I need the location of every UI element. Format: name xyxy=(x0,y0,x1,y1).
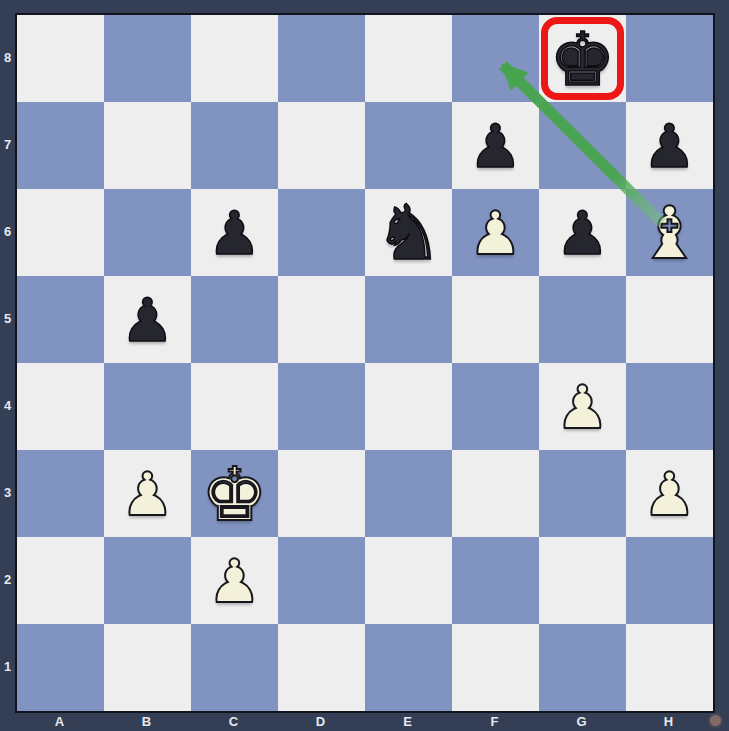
piece-black-pawn[interactable]: ♟ xyxy=(121,290,175,350)
square-g2[interactable] xyxy=(539,537,626,624)
square-a3[interactable] xyxy=(17,450,104,537)
square-b7[interactable] xyxy=(104,102,191,189)
square-d8[interactable] xyxy=(278,15,365,102)
piece-white-pawn[interactable]: ♟ xyxy=(469,203,523,263)
file-label-g: G xyxy=(538,712,625,731)
square-d6[interactable] xyxy=(278,189,365,276)
square-d1[interactable] xyxy=(278,624,365,711)
square-d4[interactable] xyxy=(278,363,365,450)
square-e1[interactable] xyxy=(365,624,452,711)
piece-white-bishop[interactable]: ♝ xyxy=(637,197,702,269)
rank-label-4: 4 xyxy=(0,362,15,449)
rank-label-6: 6 xyxy=(0,188,15,275)
chess-board: ♚♟♟♟♞♟♟♝♟♟♟♚♟♟ xyxy=(15,13,715,713)
square-a2[interactable] xyxy=(17,537,104,624)
square-b2[interactable] xyxy=(104,537,191,624)
square-b6[interactable] xyxy=(104,189,191,276)
rank-label-5: 5 xyxy=(0,275,15,362)
piece-black-pawn[interactable]: ♟ xyxy=(643,116,697,176)
square-f2[interactable] xyxy=(452,537,539,624)
square-c7[interactable] xyxy=(191,102,278,189)
piece-black-pawn[interactable]: ♟ xyxy=(208,203,262,263)
square-h2[interactable] xyxy=(626,537,713,624)
piece-white-pawn[interactable]: ♟ xyxy=(121,464,175,524)
square-e7[interactable] xyxy=(365,102,452,189)
square-h5[interactable] xyxy=(626,276,713,363)
piece-black-knight[interactable]: ♞ xyxy=(374,195,442,271)
square-g1[interactable] xyxy=(539,624,626,711)
file-label-b: B xyxy=(103,712,190,731)
square-e3[interactable] xyxy=(365,450,452,537)
square-f3[interactable] xyxy=(452,450,539,537)
file-label-d: D xyxy=(277,712,364,731)
square-h4[interactable] xyxy=(626,363,713,450)
piece-black-pawn[interactable]: ♟ xyxy=(469,116,523,176)
square-e5[interactable] xyxy=(365,276,452,363)
file-label-f: F xyxy=(451,712,538,731)
square-h1[interactable] xyxy=(626,624,713,711)
square-g4[interactable]: ♟ xyxy=(539,363,626,450)
square-b1[interactable] xyxy=(104,624,191,711)
square-d2[interactable] xyxy=(278,537,365,624)
square-c5[interactable] xyxy=(191,276,278,363)
rank-label-8: 8 xyxy=(0,14,15,101)
cursor-dot xyxy=(710,715,721,726)
rank-label-7: 7 xyxy=(0,101,15,188)
square-g5[interactable] xyxy=(539,276,626,363)
square-a8[interactable] xyxy=(17,15,104,102)
square-h7[interactable]: ♟ xyxy=(626,102,713,189)
square-h6[interactable]: ♝ xyxy=(626,189,713,276)
square-c8[interactable] xyxy=(191,15,278,102)
square-c3[interactable]: ♚ xyxy=(191,450,278,537)
piece-black-pawn[interactable]: ♟ xyxy=(556,203,610,263)
square-f7[interactable]: ♟ xyxy=(452,102,539,189)
square-f8[interactable] xyxy=(452,15,539,102)
square-c4[interactable] xyxy=(191,363,278,450)
square-h3[interactable]: ♟ xyxy=(626,450,713,537)
square-f6[interactable]: ♟ xyxy=(452,189,539,276)
piece-white-pawn[interactable]: ♟ xyxy=(556,377,610,437)
square-e4[interactable] xyxy=(365,363,452,450)
square-g8[interactable]: ♚ xyxy=(539,15,626,102)
file-label-c: C xyxy=(190,712,277,731)
square-f4[interactable] xyxy=(452,363,539,450)
square-h8[interactable] xyxy=(626,15,713,102)
piece-white-pawn[interactable]: ♟ xyxy=(643,464,697,524)
square-f5[interactable] xyxy=(452,276,539,363)
square-g6[interactable]: ♟ xyxy=(539,189,626,276)
piece-black-king[interactable]: ♚ xyxy=(549,22,615,96)
square-a7[interactable] xyxy=(17,102,104,189)
square-a1[interactable] xyxy=(17,624,104,711)
square-c6[interactable]: ♟ xyxy=(191,189,278,276)
square-d7[interactable] xyxy=(278,102,365,189)
square-e8[interactable] xyxy=(365,15,452,102)
rank-label-2: 2 xyxy=(0,536,15,623)
rank-label-1: 1 xyxy=(0,623,15,710)
square-g3[interactable] xyxy=(539,450,626,537)
square-e2[interactable] xyxy=(365,537,452,624)
piece-white-pawn[interactable]: ♟ xyxy=(208,551,262,611)
square-g7[interactable] xyxy=(539,102,626,189)
square-c2[interactable]: ♟ xyxy=(191,537,278,624)
square-a6[interactable] xyxy=(17,189,104,276)
square-d3[interactable] xyxy=(278,450,365,537)
square-b5[interactable]: ♟ xyxy=(104,276,191,363)
chess-app-window: ♚♟♟♟♞♟♟♝♟♟♟♚♟♟ 87654321 ABCDEFGH xyxy=(0,0,729,731)
file-label-h: H xyxy=(625,712,712,731)
rank-label-3: 3 xyxy=(0,449,15,536)
square-b4[interactable] xyxy=(104,363,191,450)
square-c1[interactable] xyxy=(191,624,278,711)
square-b8[interactable] xyxy=(104,15,191,102)
square-d5[interactable] xyxy=(278,276,365,363)
square-a5[interactable] xyxy=(17,276,104,363)
square-a4[interactable] xyxy=(17,363,104,450)
square-f1[interactable] xyxy=(452,624,539,711)
square-b3[interactable]: ♟ xyxy=(104,450,191,537)
file-label-a: A xyxy=(16,712,103,731)
file-label-e: E xyxy=(364,712,451,731)
square-e6[interactable]: ♞ xyxy=(365,189,452,276)
piece-white-king[interactable]: ♚ xyxy=(201,457,267,531)
